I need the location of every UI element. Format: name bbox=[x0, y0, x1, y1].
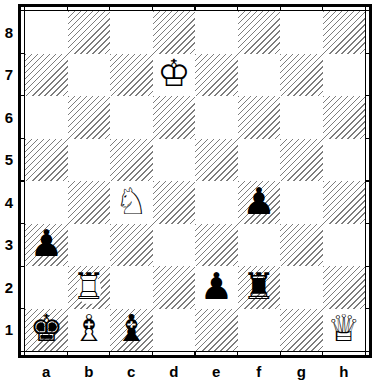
square-c3[interactable] bbox=[110, 224, 153, 267]
square-g7[interactable] bbox=[280, 54, 323, 97]
chess-diagram-page: 87654321 ♔♘♟♟♖♟♜♚♗♝♕ abcdefgh bbox=[0, 0, 384, 388]
square-c1[interactable]: ♝ bbox=[110, 309, 153, 352]
square-g8[interactable] bbox=[280, 11, 323, 54]
square-e4[interactable] bbox=[195, 181, 238, 224]
rank-label-7: 7 bbox=[0, 54, 18, 97]
square-h4[interactable] bbox=[323, 181, 366, 224]
square-f6[interactable] bbox=[238, 96, 281, 139]
square-h3[interactable] bbox=[323, 224, 366, 267]
file-label-f: f bbox=[238, 359, 281, 383]
rank-label-2: 2 bbox=[0, 266, 18, 309]
square-d3[interactable] bbox=[153, 224, 196, 267]
square-e6[interactable] bbox=[195, 96, 238, 139]
file-label-b: b bbox=[68, 359, 111, 383]
border-ticks-right bbox=[366, 10, 369, 352]
square-g5[interactable] bbox=[280, 139, 323, 182]
square-e3[interactable] bbox=[195, 224, 238, 267]
square-h7[interactable] bbox=[323, 54, 366, 97]
square-d7[interactable]: ♔ bbox=[153, 54, 196, 97]
chess-board-frame: ♔♘♟♟♖♟♜♚♗♝♕ bbox=[18, 4, 372, 358]
square-b3[interactable] bbox=[68, 224, 111, 267]
file-label-g: g bbox=[280, 359, 323, 383]
square-f5[interactable] bbox=[238, 139, 281, 182]
rank-label-8: 8 bbox=[0, 11, 18, 54]
square-d2[interactable] bbox=[153, 266, 196, 309]
square-f3[interactable] bbox=[238, 224, 281, 267]
file-label-c: c bbox=[110, 359, 153, 383]
piece-black-king-a1[interactable]: ♚ bbox=[25, 309, 68, 352]
square-b1[interactable]: ♗ bbox=[68, 309, 111, 352]
square-d4[interactable] bbox=[153, 181, 196, 224]
piece-black-rook-f2[interactable]: ♜ bbox=[238, 266, 281, 309]
square-d6[interactable] bbox=[153, 96, 196, 139]
chess-board: ♔♘♟♟♖♟♜♚♗♝♕ bbox=[24, 10, 366, 352]
square-b8[interactable] bbox=[68, 11, 111, 54]
square-h5[interactable] bbox=[323, 139, 366, 182]
square-a7[interactable] bbox=[25, 54, 68, 97]
square-b4[interactable] bbox=[68, 181, 111, 224]
square-h2[interactable] bbox=[323, 266, 366, 309]
file-labels: abcdefgh bbox=[25, 359, 365, 383]
square-a5[interactable] bbox=[25, 139, 68, 182]
square-c7[interactable] bbox=[110, 54, 153, 97]
file-label-e: e bbox=[195, 359, 238, 383]
square-h8[interactable] bbox=[323, 11, 366, 54]
piece-white-king-d7[interactable]: ♔ bbox=[153, 54, 196, 97]
square-b6[interactable] bbox=[68, 96, 111, 139]
square-b2[interactable]: ♖ bbox=[68, 266, 111, 309]
piece-black-pawn-a3[interactable]: ♟ bbox=[25, 224, 68, 267]
piece-white-bishop-b1[interactable]: ♗ bbox=[68, 309, 111, 352]
square-g6[interactable] bbox=[280, 96, 323, 139]
file-label-d: d bbox=[153, 359, 196, 383]
board-grid: ♔♘♟♟♖♟♜♚♗♝♕ bbox=[25, 11, 365, 351]
square-f8[interactable] bbox=[238, 11, 281, 54]
square-e7[interactable] bbox=[195, 54, 238, 97]
piece-black-bishop-c1[interactable]: ♝ bbox=[110, 309, 153, 352]
rank-label-1: 1 bbox=[0, 309, 18, 352]
square-b5[interactable] bbox=[68, 139, 111, 182]
piece-black-pawn-f4[interactable]: ♟ bbox=[238, 181, 281, 224]
square-h1[interactable]: ♕ bbox=[323, 309, 366, 352]
square-f4[interactable]: ♟ bbox=[238, 181, 281, 224]
square-f7[interactable] bbox=[238, 54, 281, 97]
square-a4[interactable] bbox=[25, 181, 68, 224]
square-c8[interactable] bbox=[110, 11, 153, 54]
square-a2[interactable] bbox=[25, 266, 68, 309]
square-g2[interactable] bbox=[280, 266, 323, 309]
file-label-a: a bbox=[25, 359, 68, 383]
square-d8[interactable] bbox=[153, 11, 196, 54]
square-a3[interactable]: ♟ bbox=[25, 224, 68, 267]
square-a6[interactable] bbox=[25, 96, 68, 139]
square-h6[interactable] bbox=[323, 96, 366, 139]
piece-black-pawn-e2[interactable]: ♟ bbox=[195, 266, 238, 309]
square-e8[interactable] bbox=[195, 11, 238, 54]
file-label-h: h bbox=[323, 359, 366, 383]
square-e2[interactable]: ♟ bbox=[195, 266, 238, 309]
square-d1[interactable] bbox=[153, 309, 196, 352]
square-a1[interactable]: ♚ bbox=[25, 309, 68, 352]
square-e1[interactable] bbox=[195, 309, 238, 352]
border-ticks-bottom bbox=[24, 352, 366, 355]
square-c6[interactable] bbox=[110, 96, 153, 139]
square-c5[interactable] bbox=[110, 139, 153, 182]
square-d5[interactable] bbox=[153, 139, 196, 182]
square-c2[interactable] bbox=[110, 266, 153, 309]
square-f1[interactable] bbox=[238, 309, 281, 352]
piece-white-queen-h1[interactable]: ♕ bbox=[323, 309, 366, 352]
square-g1[interactable] bbox=[280, 309, 323, 352]
square-g3[interactable] bbox=[280, 224, 323, 267]
piece-white-knight-c4[interactable]: ♘ bbox=[110, 181, 153, 224]
square-g4[interactable] bbox=[280, 181, 323, 224]
square-b7[interactable] bbox=[68, 54, 111, 97]
square-e5[interactable] bbox=[195, 139, 238, 182]
square-f2[interactable]: ♜ bbox=[238, 266, 281, 309]
rank-label-6: 6 bbox=[0, 96, 18, 139]
rank-label-4: 4 bbox=[0, 181, 18, 224]
rank-label-5: 5 bbox=[0, 139, 18, 182]
piece-white-rook-b2[interactable]: ♖ bbox=[68, 266, 111, 309]
square-a8[interactable] bbox=[25, 11, 68, 54]
square-c4[interactable]: ♘ bbox=[110, 181, 153, 224]
rank-label-3: 3 bbox=[0, 224, 18, 267]
